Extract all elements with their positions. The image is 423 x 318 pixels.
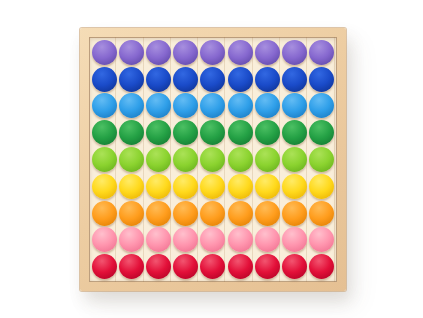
ball-sky-blue[interactable] [92,93,117,118]
ball-yellow[interactable] [228,174,253,199]
ball-red[interactable] [228,254,253,279]
ball-sky-blue[interactable] [228,93,253,118]
ball-purple[interactable] [173,40,198,65]
ball-sky-blue[interactable] [200,93,225,118]
ball-sky-blue[interactable] [255,93,280,118]
ball-orange[interactable] [173,201,198,226]
ball-blue[interactable] [92,67,117,92]
ball-yellow[interactable] [119,174,144,199]
ball-purple[interactable] [146,40,171,65]
ball-yellow[interactable] [173,174,198,199]
ball-lime-green[interactable] [282,147,307,172]
ball-sky-blue[interactable] [309,93,334,118]
ball-pink[interactable] [309,227,334,252]
ball-green[interactable] [255,120,280,145]
ball-orange[interactable] [309,201,334,226]
ball-blue[interactable] [282,67,307,92]
ball-blue[interactable] [309,67,334,92]
ball-yellow[interactable] [92,174,117,199]
ball-purple[interactable] [119,40,144,65]
ball-red[interactable] [309,254,334,279]
ball-pink[interactable] [228,227,253,252]
ball-red[interactable] [173,254,198,279]
ball-purple[interactable] [92,40,117,65]
ball-yellow[interactable] [282,174,307,199]
ball-orange[interactable] [200,201,225,226]
ball-green[interactable] [228,120,253,145]
ball-purple[interactable] [309,40,334,65]
ball-yellow[interactable] [309,174,334,199]
ball-pink[interactable] [119,227,144,252]
ball-purple[interactable] [282,40,307,65]
ball-green[interactable] [282,120,307,145]
ball-pink[interactable] [92,227,117,252]
ball-lime-green[interactable] [146,147,171,172]
ball-lime-green[interactable] [119,147,144,172]
ball-orange[interactable] [228,201,253,226]
ball-sky-blue[interactable] [173,93,198,118]
ball-pink[interactable] [200,227,225,252]
ball-blue[interactable] [228,67,253,92]
ball-lime-green[interactable] [200,147,225,172]
ball-pink[interactable] [146,227,171,252]
ball-orange[interactable] [255,201,280,226]
ball-pink[interactable] [255,227,280,252]
ball-lime-green[interactable] [173,147,198,172]
ball-purple[interactable] [200,40,225,65]
ball-sky-blue[interactable] [282,93,307,118]
ball-green[interactable] [309,120,334,145]
ball-purple[interactable] [255,40,280,65]
ball-red[interactable] [255,254,280,279]
ball-red[interactable] [282,254,307,279]
ball-pink[interactable] [282,227,307,252]
ball-red[interactable] [146,254,171,279]
ball-sky-blue[interactable] [146,93,171,118]
ball-purple[interactable] [228,40,253,65]
ball-green[interactable] [200,120,225,145]
ball-blue[interactable] [173,67,198,92]
ball-red[interactable] [119,254,144,279]
ball-blue[interactable] [119,67,144,92]
product-photo [0,0,423,318]
ball-orange[interactable] [146,201,171,226]
ball-lime-green[interactable] [92,147,117,172]
ball-green[interactable] [92,120,117,145]
ball-lime-green[interactable] [309,147,334,172]
ball-green[interactable] [173,120,198,145]
ball-yellow[interactable] [255,174,280,199]
ball-blue[interactable] [200,67,225,92]
ball-blue[interactable] [255,67,280,92]
ball-green[interactable] [119,120,144,145]
ball-orange[interactable] [119,201,144,226]
ball-orange[interactable] [92,201,117,226]
ball-sky-blue[interactable] [119,93,144,118]
ball-pink[interactable] [173,227,198,252]
ball-orange[interactable] [282,201,307,226]
peg-board-frame [80,28,346,291]
ball-green[interactable] [146,120,171,145]
ball-lime-green[interactable] [255,147,280,172]
ball-yellow[interactable] [146,174,171,199]
ball-lime-green[interactable] [228,147,253,172]
ball-red[interactable] [92,254,117,279]
ball-blue[interactable] [146,67,171,92]
ball-red[interactable] [200,254,225,279]
ball-yellow[interactable] [200,174,225,199]
ball-grid [89,37,337,282]
